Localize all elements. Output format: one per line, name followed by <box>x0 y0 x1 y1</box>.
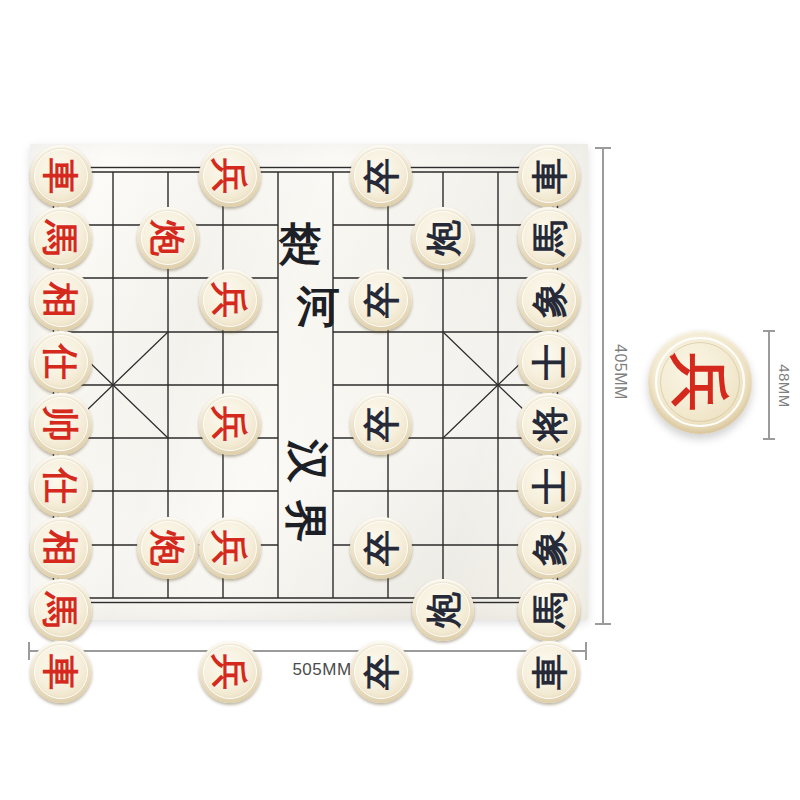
piece-glyph: 卒 <box>363 654 399 690</box>
piece-red-chariot[interactable]: 車 <box>30 145 92 207</box>
dimension-line-width <box>28 650 587 652</box>
piece-glyph: 卒 <box>363 282 399 318</box>
piece-glyph: 卒 <box>363 530 399 566</box>
piece-glyph: 馬 <box>43 592 79 628</box>
piece-red-soldier[interactable]: 兵 <box>199 641 261 703</box>
piece-glyph: 車 <box>43 654 79 690</box>
piece-red-chariot[interactable]: 車 <box>30 641 92 703</box>
piece-black-soldier[interactable]: 卒 <box>350 145 412 207</box>
piece-red-general[interactable]: 帅 <box>30 393 92 455</box>
piece-glyph: 卒 <box>363 158 399 194</box>
piece-glyph: 車 <box>531 654 567 690</box>
piece-red-advisor[interactable]: 仕 <box>30 455 92 517</box>
piece-red-cannon[interactable]: 炮 <box>137 207 199 269</box>
piece-glyph: 相 <box>43 530 79 566</box>
dimension-label-piece: 48MM <box>773 354 793 418</box>
piece-glyph: 仕 <box>43 468 79 504</box>
piece-black-chariot[interactable]: 車 <box>518 641 580 703</box>
piece-black-horse[interactable]: 馬 <box>518 579 580 641</box>
piece-red-soldier[interactable]: 兵 <box>199 393 261 455</box>
piece-glyph: 兵 <box>212 654 248 690</box>
dimension-label-height: 405MM <box>609 340 629 404</box>
piece-glyph: 馬 <box>531 220 567 256</box>
piece-red-soldier[interactable]: 兵 <box>199 145 261 207</box>
piece-black-cannon[interactable]: 炮 <box>412 207 474 269</box>
piece-red-horse[interactable]: 馬 <box>30 579 92 641</box>
dimension-line-piece <box>768 330 770 440</box>
piece-glyph: 将 <box>531 406 567 442</box>
piece-glyph: 兵 <box>212 530 248 566</box>
piece-glyph: 馬 <box>531 592 567 628</box>
piece-glyph: 仕 <box>43 344 79 380</box>
piece-glyph: 兵 <box>212 406 248 442</box>
piece-black-elephant[interactable]: 象 <box>518 517 580 579</box>
piece-glyph: 士 <box>531 468 567 504</box>
piece-glyph: 兵 <box>212 282 248 318</box>
board-cloth: 楚 河 汉 界 車馬相仕帅仕相馬車炮炮兵兵兵兵兵卒卒卒卒卒炮炮車馬象士将士象馬車 <box>30 144 588 620</box>
piece-glyph: 馬 <box>43 220 79 256</box>
piece-red-advisor[interactable]: 仕 <box>30 331 92 393</box>
piece-glyph: 炮 <box>425 220 461 256</box>
piece-glyph: 帅 <box>43 406 79 442</box>
sample-piece-glyph: 兵 <box>671 353 729 411</box>
piece-black-soldier[interactable]: 卒 <box>350 641 412 703</box>
piece-glyph: 卒 <box>363 406 399 442</box>
piece-red-elephant[interactable]: 相 <box>30 269 92 331</box>
piece-red-horse[interactable]: 馬 <box>30 207 92 269</box>
piece-black-soldier[interactable]: 卒 <box>350 393 412 455</box>
piece-glyph: 車 <box>43 158 79 194</box>
xiangqi-board: 車馬相仕帅仕相馬車炮炮兵兵兵兵兵卒卒卒卒卒炮炮車馬象士将士象馬車 <box>30 145 580 624</box>
piece-black-soldier[interactable]: 卒 <box>350 517 412 579</box>
piece-black-soldier[interactable]: 卒 <box>350 269 412 331</box>
piece-black-general[interactable]: 将 <box>518 393 580 455</box>
piece-black-elephant[interactable]: 象 <box>518 269 580 331</box>
piece-black-chariot[interactable]: 車 <box>518 145 580 207</box>
piece-red-soldier[interactable]: 兵 <box>199 517 261 579</box>
sample-piece-soldier[interactable]: 兵 <box>648 330 752 434</box>
piece-glyph: 炮 <box>425 592 461 628</box>
piece-glyph: 相 <box>43 282 79 318</box>
piece-glyph: 象 <box>531 282 567 318</box>
piece-red-elephant[interactable]: 相 <box>30 517 92 579</box>
piece-red-soldier[interactable]: 兵 <box>199 269 261 331</box>
piece-glyph: 象 <box>531 530 567 566</box>
piece-black-advisor[interactable]: 士 <box>518 331 580 393</box>
piece-black-cannon[interactable]: 炮 <box>412 579 474 641</box>
piece-glyph: 炮 <box>150 220 186 256</box>
piece-glyph: 士 <box>531 344 567 380</box>
piece-black-advisor[interactable]: 士 <box>518 455 580 517</box>
dimension-line-height <box>602 147 604 625</box>
product-photo: 楚 河 汉 界 車馬相仕帅仕相馬車炮炮兵兵兵兵兵卒卒卒卒卒炮炮車馬象士将士象馬車… <box>0 0 800 800</box>
piece-glyph: 炮 <box>150 530 186 566</box>
piece-red-cannon[interactable]: 炮 <box>137 517 199 579</box>
piece-black-horse[interactable]: 馬 <box>518 207 580 269</box>
piece-glyph: 兵 <box>212 158 248 194</box>
piece-glyph: 車 <box>531 158 567 194</box>
